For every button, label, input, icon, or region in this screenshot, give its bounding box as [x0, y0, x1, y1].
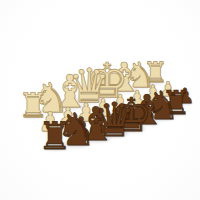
chess-set-product-photo: ♜♞♝♛♚♝♞♜♟♟♟♟♟♟♟♟♟♟♟♟♟♟♟♟♜♞♝♛♚♝♞♜	[0, 0, 200, 200]
chess-piece-dark-rook: ♜	[38, 117, 72, 155]
